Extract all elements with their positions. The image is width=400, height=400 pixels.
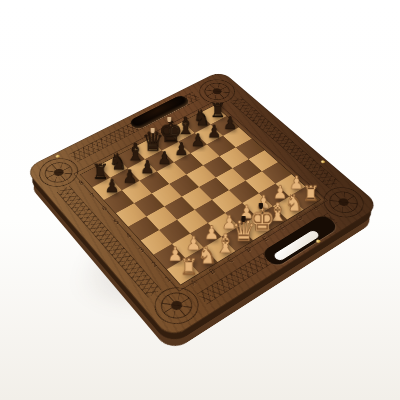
product-photo: ♜♞♝♛♚♝♞♜♟♟♟♟♟♟♟♟♟♟♟♟♟♟♟♟♜♞♝♛♚♝♞♜ ABCDEFG… xyxy=(0,0,400,400)
brass-pin xyxy=(320,160,326,164)
piece-black-pawn-a7: ♟ xyxy=(101,177,123,195)
piece-white-rook-a1: ♜ xyxy=(177,256,200,278)
brass-pin xyxy=(315,239,321,244)
